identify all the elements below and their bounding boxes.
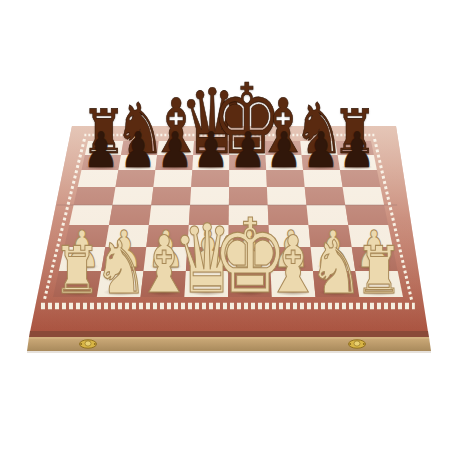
board-ground-shadow <box>27 351 431 353</box>
chess-board <box>0 0 450 450</box>
brass-clasp-left <box>80 340 97 348</box>
brass-clasp-right <box>349 340 366 348</box>
lighting-overlay <box>30 126 428 332</box>
chess-set-photo: ♜♞♝♛♚♝♞♜♟♟♟♟♟♟♟♟♟♟♟♟♟♟♟♟♜♞♝♛♚♝♞♜ <box>0 0 450 450</box>
board-side-edge <box>29 331 429 337</box>
